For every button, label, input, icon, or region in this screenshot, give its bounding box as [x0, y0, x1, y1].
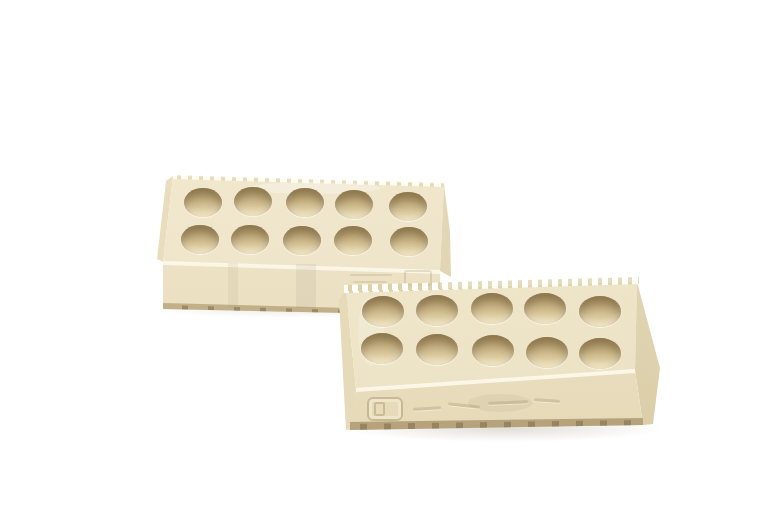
front-brick: [0, 0, 768, 512]
brick-hole: [362, 296, 404, 327]
brick-hole: [361, 333, 403, 364]
brick-hole: [579, 296, 621, 327]
brick-hole: [416, 295, 458, 326]
brick-hole: [416, 334, 458, 365]
brick-hole: [524, 293, 566, 324]
brick-hole: [526, 337, 568, 368]
front-brick-holes-layer: [0, 0, 768, 512]
brick-hole: [472, 335, 514, 366]
brick-hole: [471, 293, 513, 324]
photo-scene: [0, 0, 768, 512]
brick-hole: [579, 338, 621, 369]
